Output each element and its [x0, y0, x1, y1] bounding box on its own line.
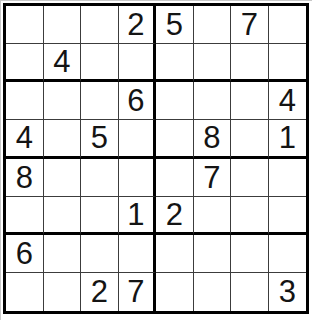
sudoku-cell[interactable]	[81, 6, 119, 44]
sudoku-cell[interactable]	[44, 6, 82, 44]
sudoku-cell[interactable]: 4	[44, 44, 82, 82]
sudoku-cell[interactable]: 8	[194, 120, 232, 158]
sudoku-cell[interactable]: 2	[156, 197, 194, 235]
sudoku-cell[interactable]	[194, 273, 232, 311]
sudoku-cell[interactable]	[156, 235, 194, 273]
sudoku-cell[interactable]: 4	[6, 120, 44, 158]
sudoku-cell[interactable]	[231, 82, 269, 120]
sudoku-cell[interactable]	[156, 82, 194, 120]
sudoku-cell[interactable]	[81, 235, 119, 273]
sudoku-cell[interactable]: 1	[269, 120, 307, 158]
sudoku-cell[interactable]: 2	[81, 273, 119, 311]
sudoku-cell[interactable]	[231, 44, 269, 82]
sudoku-cell[interactable]: 6	[119, 82, 157, 120]
sudoku-cell[interactable]: 4	[269, 82, 307, 120]
sudoku-cell[interactable]: 3	[269, 273, 307, 311]
sudoku-cell[interactable]	[194, 235, 232, 273]
sudoku-cell[interactable]: 7	[231, 6, 269, 44]
sudoku-cell[interactable]: 1	[119, 197, 157, 235]
sudoku-cell[interactable]: 7	[194, 159, 232, 197]
sudoku-cell[interactable]	[6, 44, 44, 82]
sudoku-cell[interactable]	[194, 6, 232, 44]
sudoku-cell[interactable]	[44, 120, 82, 158]
sudoku-cell[interactable]	[194, 82, 232, 120]
sudoku-cell[interactable]	[156, 120, 194, 158]
sudoku-cell[interactable]	[81, 44, 119, 82]
sudoku-cell[interactable]	[6, 273, 44, 311]
sudoku-cell[interactable]	[119, 44, 157, 82]
sudoku-cell[interactable]	[194, 44, 232, 82]
sudoku-cell[interactable]	[231, 197, 269, 235]
sudoku-cell[interactable]	[156, 44, 194, 82]
sudoku-cell[interactable]	[269, 159, 307, 197]
sudoku-cell[interactable]: 5	[156, 6, 194, 44]
sudoku-board: 257464458187126273	[3, 3, 309, 314]
sudoku-cell[interactable]	[156, 273, 194, 311]
sudoku-cell[interactable]	[231, 235, 269, 273]
sudoku-cell[interactable]	[119, 235, 157, 273]
sudoku-cell[interactable]	[6, 6, 44, 44]
sudoku-cell[interactable]	[194, 197, 232, 235]
sudoku-cell[interactable]	[81, 159, 119, 197]
sudoku-cell[interactable]: 8	[6, 159, 44, 197]
sudoku-cell[interactable]	[231, 120, 269, 158]
sudoku-cell[interactable]	[231, 273, 269, 311]
sudoku-cell[interactable]	[44, 159, 82, 197]
sudoku-cell[interactable]	[231, 159, 269, 197]
puzzle-image: 257464458187126273	[0, 0, 312, 320]
sudoku-cell[interactable]	[119, 120, 157, 158]
sudoku-cell[interactable]	[81, 197, 119, 235]
sudoku-cell[interactable]	[269, 235, 307, 273]
sudoku-cell[interactable]: 6	[6, 235, 44, 273]
sudoku-cell[interactable]	[44, 235, 82, 273]
sudoku-cell[interactable]: 5	[81, 120, 119, 158]
sudoku-cell[interactable]	[6, 82, 44, 120]
sudoku-cell[interactable]	[269, 197, 307, 235]
sudoku-cell[interactable]	[156, 159, 194, 197]
sudoku-cell[interactable]	[269, 44, 307, 82]
sudoku-cell[interactable]	[44, 82, 82, 120]
sudoku-cell[interactable]: 7	[119, 273, 157, 311]
sudoku-cell[interactable]	[119, 159, 157, 197]
sudoku-cell[interactable]	[6, 197, 44, 235]
sudoku-cell[interactable]	[44, 197, 82, 235]
sudoku-cell[interactable]	[269, 6, 307, 44]
sudoku-cell[interactable]	[44, 273, 82, 311]
sudoku-cell[interactable]	[81, 82, 119, 120]
sudoku-cell[interactable]: 2	[119, 6, 157, 44]
